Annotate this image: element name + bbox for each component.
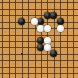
black-stone	[50, 12, 57, 19]
go-board[interactable]	[0, 0, 78, 78]
black-stone	[18, 18, 25, 25]
black-stone	[50, 50, 57, 57]
white-stone	[31, 18, 38, 25]
stone-layer	[0, 0, 76, 76]
white-stone	[44, 44, 51, 51]
white-stone	[57, 25, 64, 32]
white-stone	[44, 25, 51, 32]
star-point	[21, 53, 23, 55]
